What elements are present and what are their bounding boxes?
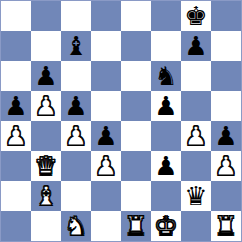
square-d5[interactable] <box>91 91 121 121</box>
square-h3[interactable]: ♟ <box>211 151 241 181</box>
square-f3[interactable]: ♟ <box>151 151 181 181</box>
square-b6[interactable]: ♟ <box>31 61 61 91</box>
square-h5[interactable] <box>211 91 241 121</box>
square-h7[interactable] <box>211 31 241 61</box>
square-a7[interactable] <box>1 31 31 61</box>
square-g2[interactable]: ♛ <box>181 181 211 211</box>
square-h1[interactable]: ♜ <box>211 211 241 241</box>
piece-black-pawn: ♟ <box>94 121 117 151</box>
square-e7[interactable] <box>121 31 151 61</box>
square-a3[interactable] <box>1 151 31 181</box>
square-b8[interactable] <box>31 1 61 31</box>
piece-black-pawn: ♟ <box>4 91 27 121</box>
square-f2[interactable] <box>151 181 181 211</box>
piece-black-bishop: ♝ <box>64 31 87 61</box>
square-e4[interactable] <box>121 121 151 151</box>
square-c2[interactable] <box>61 181 91 211</box>
piece-black-pawn: ♟ <box>64 91 87 121</box>
square-c5[interactable]: ♟ <box>61 91 91 121</box>
square-h6[interactable] <box>211 61 241 91</box>
square-h8[interactable] <box>211 1 241 31</box>
square-e2[interactable] <box>121 181 151 211</box>
piece-white-pawn: ♟ <box>34 91 57 121</box>
piece-black-knight: ♞ <box>154 61 177 91</box>
square-e5[interactable] <box>121 91 151 121</box>
square-e8[interactable] <box>121 1 151 31</box>
piece-white-rook: ♜ <box>124 211 147 241</box>
square-g3[interactable] <box>181 151 211 181</box>
square-c1[interactable]: ♞ <box>61 211 91 241</box>
square-f5[interactable]: ♟ <box>151 91 181 121</box>
piece-black-pawn: ♟ <box>154 151 177 181</box>
square-b3[interactable]: ♛ <box>31 151 61 181</box>
piece-white-queen: ♛ <box>34 151 57 181</box>
square-c7[interactable]: ♝ <box>61 31 91 61</box>
square-b7[interactable] <box>31 31 61 61</box>
square-f6[interactable]: ♞ <box>151 61 181 91</box>
piece-black-queen: ♛ <box>184 181 207 211</box>
square-a8[interactable] <box>1 1 31 31</box>
piece-white-pawn: ♟ <box>94 151 117 181</box>
square-d7[interactable] <box>91 31 121 61</box>
square-b1[interactable] <box>31 211 61 241</box>
square-a5[interactable]: ♟ <box>1 91 31 121</box>
square-e6[interactable] <box>121 61 151 91</box>
square-f4[interactable] <box>151 121 181 151</box>
square-g4[interactable]: ♟ <box>181 121 211 151</box>
square-g5[interactable] <box>181 91 211 121</box>
square-a1[interactable] <box>1 211 31 241</box>
square-g7[interactable]: ♟ <box>181 31 211 61</box>
piece-black-pawn: ♟ <box>184 31 207 61</box>
square-d8[interactable] <box>91 1 121 31</box>
piece-black-pawn: ♟ <box>34 61 57 91</box>
square-h2[interactable] <box>211 181 241 211</box>
piece-white-king: ♚ <box>154 211 177 241</box>
piece-white-knight: ♞ <box>64 211 87 241</box>
square-a2[interactable] <box>1 181 31 211</box>
square-a4[interactable]: ♟ <box>1 121 31 151</box>
chess-board: ♚♝♟♟♞♟♟♟♟♟♟♟♟♟♛♟♟♟♝♛♞♜♚♜ <box>0 0 242 242</box>
square-c6[interactable] <box>61 61 91 91</box>
chess-board-container: ♚♝♟♟♞♟♟♟♟♟♟♟♟♟♛♟♟♟♝♛♞♜♚♜ <box>0 0 242 242</box>
square-f1[interactable]: ♚ <box>151 211 181 241</box>
square-f8[interactable] <box>151 1 181 31</box>
square-g8[interactable]: ♚ <box>181 1 211 31</box>
square-e1[interactable]: ♜ <box>121 211 151 241</box>
piece-white-pawn: ♟ <box>184 121 207 151</box>
piece-black-pawn: ♟ <box>214 121 237 151</box>
piece-white-pawn: ♟ <box>214 151 237 181</box>
square-d3[interactable]: ♟ <box>91 151 121 181</box>
square-b4[interactable] <box>31 121 61 151</box>
piece-white-pawn: ♟ <box>4 121 27 151</box>
square-b2[interactable]: ♝ <box>31 181 61 211</box>
square-d2[interactable] <box>91 181 121 211</box>
piece-white-rook: ♜ <box>214 211 237 241</box>
square-g6[interactable] <box>181 61 211 91</box>
square-f7[interactable] <box>151 31 181 61</box>
square-d4[interactable]: ♟ <box>91 121 121 151</box>
piece-black-king: ♚ <box>184 1 207 31</box>
piece-white-bishop: ♝ <box>34 181 57 211</box>
square-h4[interactable]: ♟ <box>211 121 241 151</box>
square-d6[interactable] <box>91 61 121 91</box>
square-d1[interactable] <box>91 211 121 241</box>
square-g1[interactable] <box>181 211 211 241</box>
square-a6[interactable] <box>1 61 31 91</box>
square-c8[interactable] <box>61 1 91 31</box>
square-c4[interactable]: ♟ <box>61 121 91 151</box>
square-b5[interactable]: ♟ <box>31 91 61 121</box>
piece-white-pawn: ♟ <box>64 121 87 151</box>
square-c3[interactable] <box>61 151 91 181</box>
piece-black-pawn: ♟ <box>154 91 177 121</box>
square-e3[interactable] <box>121 151 151 181</box>
